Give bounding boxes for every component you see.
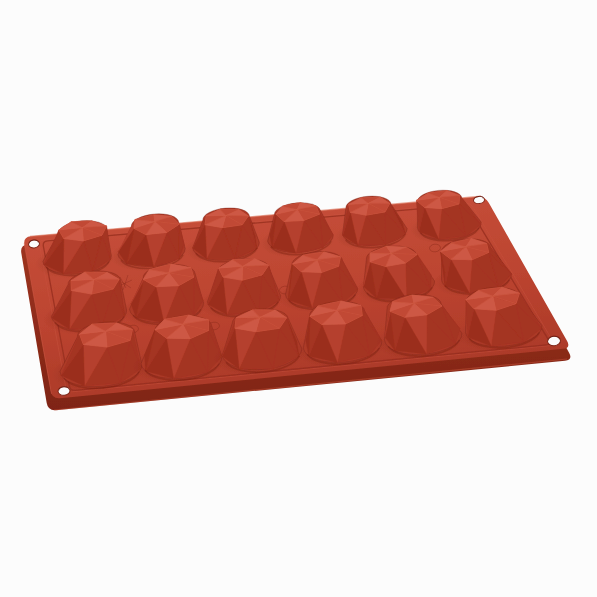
mould-tray — [21, 187, 570, 410]
photo-canvas — [0, 0, 597, 597]
corner-hole — [28, 240, 40, 249]
product-photo — [0, 0, 597, 597]
corner-hole — [473, 196, 485, 204]
